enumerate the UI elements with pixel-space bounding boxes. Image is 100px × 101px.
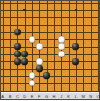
white-stone[interactable] [36,58,43,65]
coordinate-label: E [29,93,36,101]
white-stone[interactable] [29,72,36,79]
coordinate-label: J [58,93,65,101]
black-stone[interactable] [14,43,21,50]
black-stone[interactable] [21,51,28,58]
hoshi-star-point [23,9,25,11]
coordinate-label: K [65,93,72,101]
go-board[interactable] [0,0,100,92]
coordinate-label: D [21,93,28,101]
white-stone[interactable] [36,43,43,50]
black-stone[interactable] [43,72,50,79]
board-grid[interactable] [0,0,100,94]
coordinate-label: G [43,93,50,101]
white-stone[interactable] [29,80,36,87]
coordinate-label: O [94,93,100,101]
white-stone[interactable] [58,43,65,50]
black-stone[interactable] [14,29,21,36]
black-stone[interactable] [72,43,79,50]
black-stone[interactable] [21,58,28,65]
go-board-widget: ABCDEFGHJKLMNO [0,0,100,100]
black-stone[interactable] [72,58,79,65]
black-stone[interactable] [36,65,43,72]
coordinate-label: H [50,93,57,101]
coordinate-label: C [14,93,21,101]
white-stone[interactable] [29,36,36,43]
coordinate-label: L [72,93,79,101]
coordinate-label: N [87,93,94,101]
coordinate-label: M [80,93,87,101]
coordinate-strip: ABCDEFGHJKLMNO [0,92,100,101]
coordinate-label: B [7,93,14,101]
black-stone[interactable] [14,51,21,58]
white-stone[interactable] [58,36,65,43]
black-stone[interactable] [14,58,21,65]
hoshi-star-point [75,9,77,11]
coordinate-label: F [36,93,43,101]
coordinate-label: A [0,93,6,101]
white-stone[interactable] [58,51,65,58]
